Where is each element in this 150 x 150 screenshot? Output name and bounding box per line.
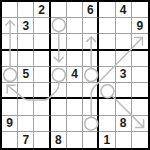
cell-r7c4[interactable] <box>51 99 67 115</box>
cell-r8c1[interactable]: 9 <box>2 116 18 132</box>
cell-r4c4[interactable] <box>51 51 67 67</box>
cell-r3c3[interactable] <box>34 34 50 50</box>
sudoku-cells: 2643954398781 <box>2 2 148 148</box>
cell-r6c5[interactable] <box>67 83 83 99</box>
cell-r6c6[interactable] <box>83 83 99 99</box>
cell-r6c1[interactable] <box>2 83 18 99</box>
cell-r3c2[interactable] <box>18 34 34 50</box>
cell-r3c1[interactable] <box>2 34 18 50</box>
cell-r4c2[interactable] <box>18 51 34 67</box>
cell-r7c5[interactable] <box>67 99 83 115</box>
cell-r2c9[interactable]: 9 <box>132 18 148 34</box>
cell-r4c3[interactable] <box>34 51 50 67</box>
cell-r6c9[interactable] <box>132 83 148 99</box>
cell-r9c2[interactable]: 7 <box>18 132 34 148</box>
cell-r8c2[interactable] <box>18 116 34 132</box>
cell-r7c1[interactable] <box>2 99 18 115</box>
cell-r8c4[interactable] <box>51 116 67 132</box>
cell-r5c2[interactable]: 5 <box>18 67 34 83</box>
cell-r3c7[interactable] <box>99 34 115 50</box>
cell-r5c6[interactable] <box>83 67 99 83</box>
cell-r6c8[interactable] <box>116 83 132 99</box>
cell-r8c7[interactable] <box>99 116 115 132</box>
cell-r4c1[interactable] <box>2 51 18 67</box>
cell-r5c3[interactable] <box>34 67 50 83</box>
cell-r6c7[interactable] <box>99 83 115 99</box>
cell-r4c6[interactable] <box>83 51 99 67</box>
cell-r2c3[interactable] <box>34 18 50 34</box>
cell-r2c4[interactable] <box>51 18 67 34</box>
cell-r8c3[interactable] <box>34 116 50 132</box>
cell-r1c4[interactable] <box>51 2 67 18</box>
cell-r9c5[interactable] <box>67 132 83 148</box>
cell-r2c6[interactable] <box>83 18 99 34</box>
cell-r3c4[interactable] <box>51 34 67 50</box>
cell-r1c7[interactable] <box>99 2 115 18</box>
cell-r4c7[interactable] <box>99 51 115 67</box>
cell-r1c3[interactable]: 2 <box>34 2 50 18</box>
cell-r9c4[interactable]: 8 <box>51 132 67 148</box>
cell-r5c7[interactable] <box>99 67 115 83</box>
cell-r8c6[interactable] <box>83 116 99 132</box>
cell-r1c9[interactable] <box>132 2 148 18</box>
cell-r8c5[interactable] <box>67 116 83 132</box>
cell-r7c7[interactable] <box>99 99 115 115</box>
cell-r3c9[interactable] <box>132 34 148 50</box>
cell-r3c5[interactable] <box>67 34 83 50</box>
cell-r7c8[interactable] <box>116 99 132 115</box>
cell-r8c9[interactable] <box>132 116 148 132</box>
cell-r4c8[interactable] <box>116 51 132 67</box>
cell-r7c2[interactable] <box>18 99 34 115</box>
cell-r9c6[interactable] <box>83 132 99 148</box>
cell-r5c1[interactable] <box>2 67 18 83</box>
cell-r2c1[interactable] <box>2 18 18 34</box>
cell-r6c3[interactable] <box>34 83 50 99</box>
cell-r9c1[interactable] <box>2 132 18 148</box>
cell-r6c4[interactable] <box>51 83 67 99</box>
cell-r8c8[interactable]: 8 <box>116 116 132 132</box>
cell-r7c3[interactable] <box>34 99 50 115</box>
cell-r3c6[interactable] <box>83 34 99 50</box>
sudoku-board: 2643954398781 <box>0 0 150 150</box>
cell-r9c8[interactable] <box>116 132 132 148</box>
cell-r1c5[interactable] <box>67 2 83 18</box>
cell-r2c2[interactable]: 3 <box>18 18 34 34</box>
cell-r9c7[interactable]: 1 <box>99 132 115 148</box>
cell-r1c2[interactable] <box>18 2 34 18</box>
cell-r9c3[interactable] <box>34 132 50 148</box>
cell-r6c2[interactable] <box>18 83 34 99</box>
cell-r9c9[interactable] <box>132 132 148 148</box>
cell-r4c5[interactable] <box>67 51 83 67</box>
cell-r1c1[interactable] <box>2 2 18 18</box>
cell-r1c8[interactable]: 4 <box>116 2 132 18</box>
cell-r7c6[interactable] <box>83 99 99 115</box>
cell-r3c8[interactable] <box>116 34 132 50</box>
cell-r2c7[interactable] <box>99 18 115 34</box>
cell-r5c9[interactable] <box>132 67 148 83</box>
cell-r7c9[interactable] <box>132 99 148 115</box>
cell-r5c5[interactable]: 4 <box>67 67 83 83</box>
cell-r4c9[interactable] <box>132 51 148 67</box>
cell-r2c5[interactable] <box>67 18 83 34</box>
cell-r2c8[interactable] <box>116 18 132 34</box>
cell-r5c4[interactable] <box>51 67 67 83</box>
cell-r5c8[interactable]: 3 <box>116 67 132 83</box>
cell-r1c6[interactable]: 6 <box>83 2 99 18</box>
